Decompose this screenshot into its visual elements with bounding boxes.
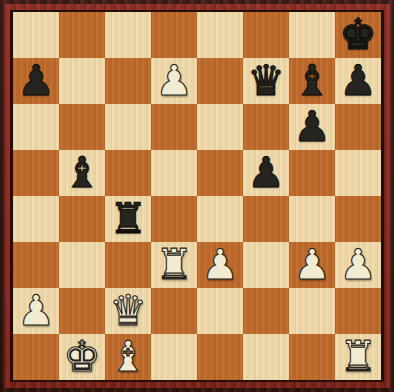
square-e2[interactable] bbox=[197, 288, 243, 334]
square-b3[interactable] bbox=[59, 242, 105, 288]
square-h2[interactable] bbox=[335, 288, 381, 334]
square-e4[interactable] bbox=[197, 196, 243, 242]
square-c7[interactable] bbox=[105, 58, 151, 104]
square-c2[interactable]: ♛ bbox=[105, 288, 151, 334]
square-e6[interactable] bbox=[197, 104, 243, 150]
square-f5[interactable]: ♟ bbox=[243, 150, 289, 196]
square-f2[interactable] bbox=[243, 288, 289, 334]
square-g3[interactable]: ♟ bbox=[289, 242, 335, 288]
square-e1[interactable] bbox=[197, 334, 243, 380]
white-queen-icon[interactable]: ♛ bbox=[109, 288, 147, 334]
square-a4[interactable] bbox=[13, 196, 59, 242]
board-frame: ♚♟♟♛♝♟♟♝♟♜♜♟♟♟♟♛♚♝♜ bbox=[4, 4, 390, 388]
square-h5[interactable] bbox=[335, 150, 381, 196]
square-g1[interactable] bbox=[289, 334, 335, 380]
square-d6[interactable] bbox=[151, 104, 197, 150]
square-d8[interactable] bbox=[151, 12, 197, 58]
square-h6[interactable] bbox=[335, 104, 381, 150]
square-b6[interactable] bbox=[59, 104, 105, 150]
white-king-icon[interactable]: ♚ bbox=[63, 334, 101, 380]
square-b4[interactable] bbox=[59, 196, 105, 242]
black-pawn-icon[interactable]: ♟ bbox=[247, 150, 285, 196]
square-c8[interactable] bbox=[105, 12, 151, 58]
square-h7[interactable]: ♟ bbox=[335, 58, 381, 104]
black-bishop-icon[interactable]: ♝ bbox=[63, 150, 101, 196]
square-h8[interactable]: ♚ bbox=[335, 12, 381, 58]
square-e5[interactable] bbox=[197, 150, 243, 196]
square-c3[interactable] bbox=[105, 242, 151, 288]
square-b1[interactable]: ♚ bbox=[59, 334, 105, 380]
white-pawn-icon[interactable]: ♟ bbox=[155, 58, 193, 104]
chess-board: ♚♟♟♛♝♟♟♝♟♜♜♟♟♟♟♛♚♝♜ bbox=[13, 12, 381, 380]
square-e8[interactable] bbox=[197, 12, 243, 58]
black-pawn-icon[interactable]: ♟ bbox=[17, 58, 55, 104]
white-bishop-icon[interactable]: ♝ bbox=[109, 334, 147, 380]
square-f7[interactable]: ♛ bbox=[243, 58, 289, 104]
black-pawn-icon[interactable]: ♟ bbox=[339, 58, 377, 104]
square-c1[interactable]: ♝ bbox=[105, 334, 151, 380]
white-rook-icon[interactable]: ♜ bbox=[339, 334, 377, 380]
square-b7[interactable] bbox=[59, 58, 105, 104]
square-h3[interactable]: ♟ bbox=[335, 242, 381, 288]
square-g7[interactable]: ♝ bbox=[289, 58, 335, 104]
square-a3[interactable] bbox=[13, 242, 59, 288]
square-b5[interactable]: ♝ bbox=[59, 150, 105, 196]
square-f1[interactable] bbox=[243, 334, 289, 380]
square-f4[interactable] bbox=[243, 196, 289, 242]
square-h1[interactable]: ♜ bbox=[335, 334, 381, 380]
black-pawn-icon[interactable]: ♟ bbox=[293, 104, 331, 150]
square-c5[interactable] bbox=[105, 150, 151, 196]
square-d7[interactable]: ♟ bbox=[151, 58, 197, 104]
white-pawn-icon[interactable]: ♟ bbox=[17, 288, 55, 334]
white-pawn-icon[interactable]: ♟ bbox=[339, 242, 377, 288]
square-g6[interactable]: ♟ bbox=[289, 104, 335, 150]
square-f6[interactable] bbox=[243, 104, 289, 150]
black-queen-icon[interactable]: ♛ bbox=[247, 58, 285, 104]
square-f8[interactable] bbox=[243, 12, 289, 58]
square-a6[interactable] bbox=[13, 104, 59, 150]
board-outer-edge: ♚♟♟♛♝♟♟♝♟♜♜♟♟♟♟♛♚♝♜ bbox=[0, 0, 394, 392]
square-a8[interactable] bbox=[13, 12, 59, 58]
black-rook-icon[interactable]: ♜ bbox=[109, 196, 147, 242]
square-h4[interactable] bbox=[335, 196, 381, 242]
black-king-icon[interactable]: ♚ bbox=[339, 12, 377, 58]
white-pawn-icon[interactable]: ♟ bbox=[201, 242, 239, 288]
square-d3[interactable]: ♜ bbox=[151, 242, 197, 288]
square-e3[interactable]: ♟ bbox=[197, 242, 243, 288]
square-b8[interactable] bbox=[59, 12, 105, 58]
square-g2[interactable] bbox=[289, 288, 335, 334]
square-a7[interactable]: ♟ bbox=[13, 58, 59, 104]
black-bishop-icon[interactable]: ♝ bbox=[293, 58, 331, 104]
white-pawn-icon[interactable]: ♟ bbox=[293, 242, 331, 288]
square-a2[interactable]: ♟ bbox=[13, 288, 59, 334]
square-g4[interactable] bbox=[289, 196, 335, 242]
square-a5[interactable] bbox=[13, 150, 59, 196]
square-c4[interactable]: ♜ bbox=[105, 196, 151, 242]
square-g5[interactable] bbox=[289, 150, 335, 196]
board-inner-border: ♚♟♟♛♝♟♟♝♟♜♜♟♟♟♟♛♚♝♜ bbox=[10, 10, 384, 382]
square-d2[interactable] bbox=[151, 288, 197, 334]
square-c6[interactable] bbox=[105, 104, 151, 150]
square-f3[interactable] bbox=[243, 242, 289, 288]
square-g8[interactable] bbox=[289, 12, 335, 58]
square-d1[interactable] bbox=[151, 334, 197, 380]
square-e7[interactable] bbox=[197, 58, 243, 104]
square-d5[interactable] bbox=[151, 150, 197, 196]
white-rook-icon[interactable]: ♜ bbox=[155, 242, 193, 288]
square-d4[interactable] bbox=[151, 196, 197, 242]
square-b2[interactable] bbox=[59, 288, 105, 334]
square-a1[interactable] bbox=[13, 334, 59, 380]
